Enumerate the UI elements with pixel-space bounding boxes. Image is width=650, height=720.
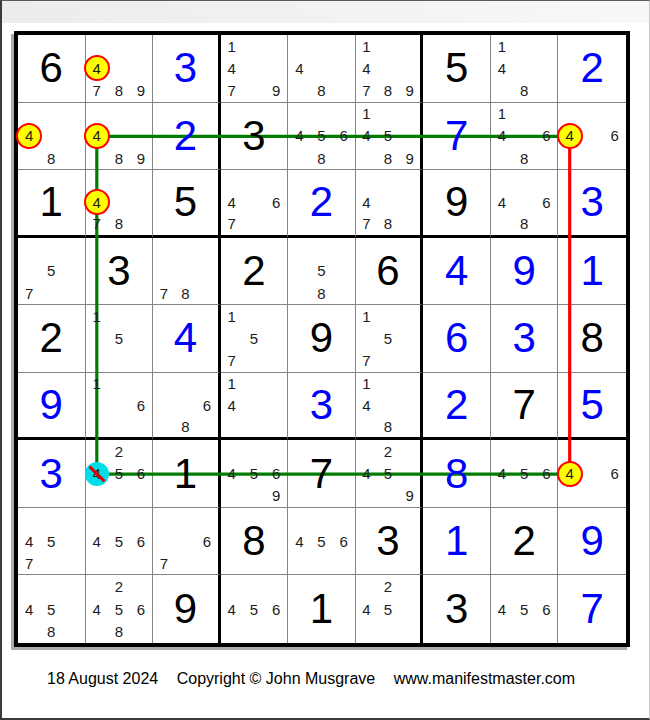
cell-r8c2[interactable]: 456 bbox=[86, 508, 154, 576]
pencil-mark-3 bbox=[399, 440, 421, 462]
cell-r5c3[interactable]: 4 bbox=[153, 305, 221, 373]
pencil-mark-5 bbox=[175, 394, 197, 416]
pencil-mark-3 bbox=[130, 103, 152, 125]
pencil-mark-7 bbox=[86, 416, 108, 438]
cell-r8c3[interactable]: 67 bbox=[153, 508, 221, 576]
pencil-mark-7 bbox=[221, 416, 243, 438]
cell-r4c7[interactable]: 4 bbox=[423, 238, 491, 306]
pencil-mark-6 bbox=[62, 530, 84, 552]
pencil-mark-5: 5 bbox=[108, 530, 130, 552]
pencil-mark-8: 8 bbox=[377, 213, 399, 235]
pencil-mark-3 bbox=[535, 575, 557, 598]
pencil-mark-7 bbox=[86, 620, 108, 643]
pencil-mark-2: 2 bbox=[377, 440, 399, 462]
pencil-mark-4: 4 bbox=[288, 125, 310, 147]
pencil-mark-9 bbox=[62, 620, 84, 643]
pencil-mark-8 bbox=[108, 350, 130, 372]
pencil-mark-5: 5 bbox=[513, 463, 535, 485]
pencil-mark-3 bbox=[535, 103, 557, 125]
footer-website[interactable]: www.manifestmaster.com bbox=[394, 670, 575, 687]
pencil-mark-6: 6 bbox=[265, 192, 287, 214]
pencil-marks: 458 bbox=[18, 575, 85, 643]
cell-r4c6[interactable]: 6 bbox=[356, 238, 424, 306]
given-digit: 9 bbox=[423, 170, 490, 235]
pencil-mark-5 bbox=[40, 125, 62, 147]
pencil-mark-1: 1 bbox=[356, 103, 378, 125]
cell-r1c5[interactable]: 48 bbox=[288, 35, 356, 103]
pencil-mark-2 bbox=[40, 575, 62, 598]
cell-r7c5[interactable]: 7 bbox=[288, 440, 356, 508]
cell-r3c7[interactable]: 9 bbox=[423, 170, 491, 238]
cell-r7c1[interactable]: 3 bbox=[18, 440, 86, 508]
pencil-mark-6 bbox=[265, 394, 287, 416]
pencil-mark-7: 7 bbox=[356, 350, 378, 372]
pencil-mark-9 bbox=[62, 147, 84, 169]
footer-date: 18 August 2024 bbox=[47, 670, 158, 687]
pencil-mark-3 bbox=[399, 373, 421, 395]
window-top-strip bbox=[2, 1, 649, 23]
pencil-mark-8: 8 bbox=[377, 79, 399, 101]
cell-r1c3[interactable]: 3 bbox=[153, 35, 221, 103]
pencil-mark-9 bbox=[62, 552, 84, 574]
pencil-mark-6 bbox=[130, 192, 152, 214]
pencil-marks: 467 bbox=[221, 170, 288, 235]
pencil-mark-2 bbox=[243, 170, 265, 192]
solved-digit: 3 bbox=[153, 35, 218, 102]
pencil-mark-3 bbox=[399, 305, 421, 327]
pencil-mark-9 bbox=[130, 350, 152, 372]
solved-digit: 7 bbox=[423, 103, 490, 170]
pencil-mark-7 bbox=[356, 147, 378, 169]
pencil-mark-2: 2 bbox=[377, 575, 399, 598]
cell-r5c2[interactable]: 15 bbox=[86, 305, 154, 373]
cell-r3c5[interactable]: 2 bbox=[288, 170, 356, 238]
pencil-mark-3 bbox=[265, 305, 287, 327]
cell-r1c9[interactable]: 2 bbox=[558, 35, 626, 103]
pencil-mark-3 bbox=[130, 508, 152, 530]
given-digit: 3 bbox=[423, 575, 490, 643]
cell-r6c5[interactable]: 3 bbox=[288, 373, 356, 441]
cell-r7c6[interactable]: 2459 bbox=[356, 440, 424, 508]
solved-digit: 3 bbox=[558, 170, 626, 235]
pencil-mark-1 bbox=[18, 508, 40, 530]
cell-r6c6[interactable]: 148 bbox=[356, 373, 424, 441]
pencil-mark-9: 9 bbox=[130, 147, 152, 169]
pencil-mark-2 bbox=[243, 440, 265, 462]
given-digit: 6 bbox=[356, 238, 421, 305]
pencil-mark-6 bbox=[62, 125, 84, 147]
pencil-mark-1: 1 bbox=[221, 373, 243, 395]
pencil-mark-9 bbox=[333, 552, 355, 574]
pencil-mark-8 bbox=[243, 620, 265, 643]
pencil-mark-3 bbox=[130, 35, 152, 57]
pencil-marks: 456 bbox=[491, 575, 558, 643]
pencil-mark-3 bbox=[196, 508, 218, 530]
pencil-mark-5: 5 bbox=[108, 463, 130, 485]
pencil-marks: 46 bbox=[558, 440, 626, 507]
pencil-mark-7 bbox=[288, 552, 310, 574]
pencil-mark-8: 8 bbox=[310, 79, 332, 101]
pencil-mark-9 bbox=[130, 416, 152, 438]
pencil-mark-5 bbox=[175, 530, 197, 552]
pencil-mark-8 bbox=[108, 485, 130, 507]
pencil-mark-1 bbox=[221, 440, 243, 462]
pencil-mark-8 bbox=[581, 147, 604, 169]
cell-r1c6[interactable]: 14789 bbox=[356, 35, 424, 103]
cell-r7c9[interactable]: 46 bbox=[558, 440, 626, 508]
cell-r4c3[interactable]: 78 bbox=[153, 238, 221, 306]
solved-digit: 2 bbox=[288, 170, 355, 235]
cell-r8c9[interactable]: 9 bbox=[558, 508, 626, 576]
cell-r3c1[interactable]: 1 bbox=[18, 170, 86, 238]
pencil-mark-6: 6 bbox=[535, 192, 557, 214]
cell-r2c3[interactable]: 2 bbox=[153, 103, 221, 171]
pencil-mark-2 bbox=[377, 35, 399, 57]
pencil-mark-9 bbox=[265, 213, 287, 235]
pencil-mark-9 bbox=[265, 416, 287, 438]
cell-r5c6[interactable]: 157 bbox=[356, 305, 424, 373]
pencil-mark-2 bbox=[243, 575, 265, 598]
cell-r7c7[interactable]: 8 bbox=[423, 440, 491, 508]
cell-r9c9[interactable]: 7 bbox=[558, 575, 626, 643]
cell-r5c9[interactable]: 8 bbox=[558, 305, 626, 373]
pencil-marks: 15 bbox=[86, 305, 153, 372]
pencil-mark-1 bbox=[86, 440, 108, 462]
cell-r2c7[interactable]: 7 bbox=[423, 103, 491, 171]
pencil-mark-7 bbox=[221, 620, 243, 643]
pencil-mark-8 bbox=[175, 552, 197, 574]
pencil-mark-9 bbox=[535, 79, 557, 101]
pencil-mark-8 bbox=[243, 79, 265, 101]
pencil-mark-4: 4 bbox=[221, 57, 243, 79]
given-digit: 5 bbox=[423, 35, 490, 102]
pencil-marks: 67 bbox=[153, 508, 218, 575]
cell-r1c2[interactable]: 4789 bbox=[86, 35, 154, 103]
pencil-mark-5 bbox=[513, 192, 535, 214]
pencil-mark-9 bbox=[399, 416, 421, 438]
pencil-mark-8 bbox=[310, 552, 332, 574]
pencil-mark-1 bbox=[221, 170, 243, 192]
pencil-mark-1 bbox=[356, 170, 378, 192]
pencil-marks: 148 bbox=[356, 373, 421, 438]
pencil-mark-6 bbox=[130, 327, 152, 349]
cell-r5c8[interactable]: 3 bbox=[491, 305, 559, 373]
pencil-mark-4: 4 bbox=[86, 192, 108, 214]
cell-r6c2[interactable]: 16 bbox=[86, 373, 154, 441]
sudoku-grid: 6478931479481478951482484892345681458971… bbox=[18, 35, 626, 643]
pencil-mark-7 bbox=[221, 485, 243, 507]
pencil-mark-9 bbox=[603, 485, 626, 507]
pencil-mark-1 bbox=[558, 440, 581, 462]
cell-r8c7[interactable]: 1 bbox=[423, 508, 491, 576]
pencil-mark-1 bbox=[153, 238, 175, 260]
pencil-mark-3 bbox=[333, 35, 355, 57]
pencil-mark-5 bbox=[108, 57, 130, 79]
pencil-mark-9 bbox=[399, 350, 421, 372]
pencil-mark-3 bbox=[265, 575, 287, 598]
pencil-mark-9 bbox=[265, 350, 287, 372]
pencil-mark-3 bbox=[535, 35, 557, 57]
pencil-mark-8: 8 bbox=[40, 620, 62, 643]
pencil-mark-6: 6 bbox=[333, 530, 355, 552]
cell-r2c9[interactable]: 46 bbox=[558, 103, 626, 171]
pencil-mark-6: 6 bbox=[130, 463, 152, 485]
pencil-mark-8: 8 bbox=[310, 147, 332, 169]
pencil-mark-4: 4 bbox=[18, 598, 40, 621]
pencil-mark-8: 8 bbox=[108, 620, 130, 643]
cell-r9c8[interactable]: 456 bbox=[491, 575, 559, 643]
solved-digit: 5 bbox=[558, 373, 626, 438]
pencil-mark-6 bbox=[399, 327, 421, 349]
pencil-mark-9 bbox=[62, 282, 84, 304]
pencil-mark-2 bbox=[108, 373, 130, 395]
pencil-mark-5 bbox=[310, 57, 332, 79]
cell-r6c4[interactable]: 14 bbox=[221, 373, 289, 441]
cell-r2c4[interactable]: 3 bbox=[221, 103, 289, 171]
given-digit: 3 bbox=[356, 508, 421, 575]
pencil-mark-1 bbox=[288, 238, 310, 260]
pencil-marks: 4569 bbox=[221, 440, 288, 507]
cell-r3c8[interactable]: 468 bbox=[491, 170, 559, 238]
pencil-mark-2 bbox=[108, 170, 130, 192]
cell-r5c7[interactable]: 6 bbox=[423, 305, 491, 373]
pencil-mark-6: 6 bbox=[333, 125, 355, 147]
pencil-mark-6: 6 bbox=[265, 598, 287, 621]
pencil-mark-1 bbox=[18, 575, 40, 598]
cell-r3c3[interactable]: 5 bbox=[153, 170, 221, 238]
cell-r7c2[interactable]: 2456 bbox=[86, 440, 154, 508]
cell-r8c8[interactable]: 2 bbox=[491, 508, 559, 576]
pencil-mark-3 bbox=[333, 103, 355, 125]
pencil-mark-5 bbox=[243, 192, 265, 214]
cell-r2c5[interactable]: 4568 bbox=[288, 103, 356, 171]
pencil-mark-8 bbox=[243, 213, 265, 235]
pencil-marks: 456 bbox=[86, 508, 153, 575]
pencil-mark-1 bbox=[18, 238, 40, 260]
pencil-mark-4: 4 bbox=[86, 598, 108, 621]
pencil-marks: 48 bbox=[288, 35, 355, 102]
pencil-mark-9: 9 bbox=[265, 485, 287, 507]
pencil-mark-3 bbox=[399, 170, 421, 192]
cell-r6c3[interactable]: 68 bbox=[153, 373, 221, 441]
pencil-mark-1 bbox=[356, 440, 378, 462]
cell-r9c5[interactable]: 1 bbox=[288, 575, 356, 643]
pencil-mark-8: 8 bbox=[513, 147, 535, 169]
cell-r1c7[interactable]: 5 bbox=[423, 35, 491, 103]
pencil-mark-8 bbox=[40, 282, 62, 304]
pencil-mark-1: 1 bbox=[86, 373, 108, 395]
cell-r6c8[interactable]: 7 bbox=[491, 373, 559, 441]
pencil-mark-2 bbox=[377, 170, 399, 192]
pencil-mark-1 bbox=[18, 103, 40, 125]
cell-r8c6[interactable]: 3 bbox=[356, 508, 424, 576]
pencil-mark-9 bbox=[333, 79, 355, 101]
pencil-mark-6: 6 bbox=[603, 125, 626, 147]
cell-r7c8[interactable]: 456 bbox=[491, 440, 559, 508]
pencil-mark-5 bbox=[108, 125, 130, 147]
cell-r2c8[interactable]: 1468 bbox=[491, 103, 559, 171]
pencil-mark-5: 5 bbox=[243, 327, 265, 349]
pencil-mark-8 bbox=[243, 416, 265, 438]
pencil-mark-5: 5 bbox=[377, 463, 399, 485]
pencil-mark-5: 5 bbox=[513, 598, 535, 621]
pencil-mark-1 bbox=[86, 170, 108, 192]
cell-r8c5[interactable]: 456 bbox=[288, 508, 356, 576]
pencil-mark-6: 6 bbox=[535, 463, 557, 485]
given-digit: 3 bbox=[221, 103, 288, 170]
pencil-mark-8: 8 bbox=[310, 282, 332, 304]
pencil-mark-4: 4 bbox=[491, 192, 513, 214]
cell-r4c9[interactable]: 1 bbox=[558, 238, 626, 306]
pencil-mark-6 bbox=[333, 57, 355, 79]
pencil-mark-4: 4 bbox=[356, 463, 378, 485]
pencil-mark-2 bbox=[377, 103, 399, 125]
pencil-mark-7 bbox=[86, 552, 108, 574]
pencil-mark-5: 5 bbox=[310, 530, 332, 552]
cell-r3c2[interactable]: 478 bbox=[86, 170, 154, 238]
cell-r9c7[interactable]: 3 bbox=[423, 575, 491, 643]
pencil-mark-3 bbox=[265, 35, 287, 57]
pencil-mark-7: 7 bbox=[86, 213, 108, 235]
pencil-mark-4: 4 bbox=[558, 463, 581, 485]
pencil-mark-5: 5 bbox=[243, 463, 265, 485]
cell-r7c4[interactable]: 4569 bbox=[221, 440, 289, 508]
pencil-mark-8: 8 bbox=[513, 213, 535, 235]
cell-r9c1[interactable]: 458 bbox=[18, 575, 86, 643]
pencil-mark-3 bbox=[130, 305, 152, 327]
cell-r9c6[interactable]: 245 bbox=[356, 575, 424, 643]
cell-r1c8[interactable]: 148 bbox=[491, 35, 559, 103]
pencil-marks: 456 bbox=[491, 440, 558, 507]
cell-r7c3[interactable]: 1 bbox=[153, 440, 221, 508]
cell-r8c1[interactable]: 457 bbox=[18, 508, 86, 576]
pencil-mark-9: 9 bbox=[399, 147, 421, 169]
given-digit: 9 bbox=[153, 575, 218, 643]
pencil-mark-1 bbox=[86, 575, 108, 598]
cell-r3c9[interactable]: 3 bbox=[558, 170, 626, 238]
pencil-mark-7 bbox=[86, 147, 108, 169]
pencil-mark-1 bbox=[491, 575, 513, 598]
pencil-mark-3 bbox=[130, 575, 152, 598]
pencil-mark-2 bbox=[175, 373, 197, 395]
pencil-mark-2 bbox=[175, 508, 197, 530]
cell-r3c4[interactable]: 467 bbox=[221, 170, 289, 238]
pencil-mark-4: 4 bbox=[221, 192, 243, 214]
cell-r8c4[interactable]: 8 bbox=[221, 508, 289, 576]
cell-r2c2[interactable]: 489 bbox=[86, 103, 154, 171]
cell-r9c4[interactable]: 456 bbox=[221, 575, 289, 643]
pencil-mark-1: 1 bbox=[86, 305, 108, 327]
pencil-mark-6 bbox=[399, 394, 421, 416]
pencil-mark-4 bbox=[356, 327, 378, 349]
given-digit: 2 bbox=[221, 238, 288, 305]
pencil-mark-1 bbox=[86, 508, 108, 530]
pencil-mark-1 bbox=[558, 103, 581, 125]
cell-r5c5[interactable]: 9 bbox=[288, 305, 356, 373]
pencil-mark-5: 5 bbox=[377, 327, 399, 349]
cell-r5c4[interactable]: 157 bbox=[221, 305, 289, 373]
solved-digit: 3 bbox=[288, 373, 355, 438]
pencil-mark-4 bbox=[153, 260, 175, 282]
given-digit: 1 bbox=[18, 170, 85, 235]
pencil-mark-7: 7 bbox=[18, 282, 40, 304]
pencil-mark-8: 8 bbox=[108, 213, 130, 235]
cell-r2c6[interactable]: 14589 bbox=[356, 103, 424, 171]
cell-r2c1[interactable]: 48 bbox=[18, 103, 86, 171]
pencil-mark-6 bbox=[399, 57, 421, 79]
pencil-mark-1 bbox=[86, 35, 108, 57]
pencil-mark-2 bbox=[513, 35, 535, 57]
cell-r6c7[interactable]: 2 bbox=[423, 373, 491, 441]
pencil-mark-7: 7 bbox=[153, 282, 175, 304]
pencil-marks: 157 bbox=[356, 305, 421, 372]
pencil-mark-6 bbox=[399, 125, 421, 147]
solved-digit: 2 bbox=[558, 35, 626, 102]
cell-r5c1[interactable]: 2 bbox=[18, 305, 86, 373]
pencil-mark-3 bbox=[196, 238, 218, 260]
pencil-mark-4: 4 bbox=[356, 57, 378, 79]
pencil-mark-6: 6 bbox=[535, 598, 557, 621]
cell-r6c1[interactable]: 9 bbox=[18, 373, 86, 441]
pencil-mark-8 bbox=[377, 350, 399, 372]
pencil-mark-2 bbox=[40, 508, 62, 530]
pencil-mark-7 bbox=[356, 485, 378, 507]
pencil-mark-7 bbox=[153, 416, 175, 438]
cell-r4c8[interactable]: 9 bbox=[491, 238, 559, 306]
cell-r1c4[interactable]: 1479 bbox=[221, 35, 289, 103]
pencil-mark-8: 8 bbox=[108, 79, 130, 101]
solved-digit: 8 bbox=[423, 440, 490, 507]
cell-r4c2[interactable]: 3 bbox=[86, 238, 154, 306]
pencil-mark-7 bbox=[356, 416, 378, 438]
pencil-mark-4 bbox=[288, 260, 310, 282]
cell-r1c1[interactable]: 6 bbox=[18, 35, 86, 103]
cell-r4c1[interactable]: 57 bbox=[18, 238, 86, 306]
cell-r6c9[interactable]: 5 bbox=[558, 373, 626, 441]
pencil-marks: 14589 bbox=[356, 103, 421, 170]
pencil-mark-3 bbox=[265, 170, 287, 192]
cell-r9c2[interactable]: 24568 bbox=[86, 575, 154, 643]
pencil-mark-6: 6 bbox=[196, 394, 218, 416]
cell-r4c4[interactable]: 2 bbox=[221, 238, 289, 306]
pencil-mark-6 bbox=[265, 57, 287, 79]
pencil-marks: 148 bbox=[491, 35, 558, 102]
pencil-mark-9 bbox=[265, 620, 287, 643]
pencil-mark-4: 4 bbox=[86, 530, 108, 552]
pencil-mark-5 bbox=[243, 394, 265, 416]
pencil-mark-8: 8 bbox=[513, 79, 535, 101]
pencil-mark-9 bbox=[333, 282, 355, 304]
pencil-mark-2 bbox=[581, 440, 604, 462]
cell-r9c3[interactable]: 9 bbox=[153, 575, 221, 643]
pencil-marks: 157 bbox=[221, 305, 288, 372]
pencil-mark-7 bbox=[86, 485, 108, 507]
pencil-mark-6 bbox=[130, 57, 152, 79]
pencil-mark-4: 4 bbox=[18, 125, 40, 147]
cell-r4c5[interactable]: 58 bbox=[288, 238, 356, 306]
cell-r3c6[interactable]: 478 bbox=[356, 170, 424, 238]
pencil-mark-8 bbox=[243, 485, 265, 507]
app-window: 6478931479481478951482484892345681458971… bbox=[0, 0, 650, 720]
pencil-marks: 24568 bbox=[86, 575, 153, 643]
pencil-mark-2 bbox=[513, 103, 535, 125]
pencil-mark-2 bbox=[243, 35, 265, 57]
pencil-mark-9 bbox=[130, 213, 152, 235]
pencil-mark-6 bbox=[399, 463, 421, 485]
pencil-mark-6 bbox=[265, 327, 287, 349]
solved-digit: 7 bbox=[558, 575, 626, 643]
pencil-mark-8 bbox=[243, 350, 265, 372]
